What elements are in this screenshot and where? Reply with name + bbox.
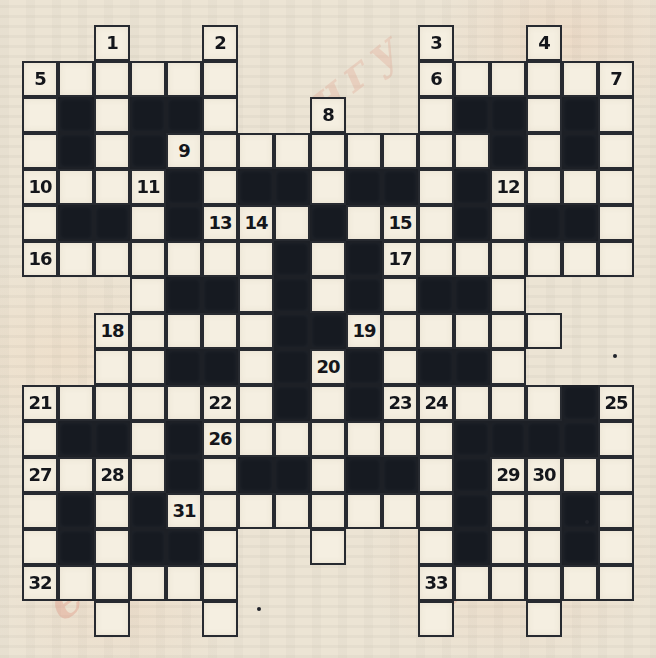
cell-r6c10[interactable]: 17	[382, 241, 418, 277]
cell-r3c10[interactable]	[382, 133, 418, 169]
cell-r8c13[interactable]	[490, 313, 526, 349]
block-r2c13	[490, 97, 526, 133]
clue-number-25: 25	[600, 388, 632, 418]
scanned-crossword-page: { "game": "crossword", "board": { "rows"…	[0, 0, 656, 658]
block-r12c6	[238, 457, 274, 493]
cell-r1c11[interactable]: 6	[418, 61, 454, 97]
void-r1c7	[274, 61, 310, 97]
cell-r15c11[interactable]: 33	[418, 565, 454, 601]
block-r2c1	[58, 97, 94, 133]
cell-r12c13[interactable]: 29	[490, 457, 526, 493]
cell-r9c13[interactable]	[490, 349, 526, 385]
cell-r4c11[interactable]	[418, 169, 454, 205]
cell-r4c3[interactable]: 11	[130, 169, 166, 205]
cell-r7c6[interactable]	[238, 277, 274, 313]
cell-r15c16[interactable]	[598, 565, 634, 601]
void-r8c0	[22, 313, 58, 349]
block-r11c4	[166, 421, 202, 457]
cell-r12c5[interactable]	[202, 457, 238, 493]
cell-r5c10[interactable]: 15	[382, 205, 418, 241]
clue-number-27: 27	[24, 460, 56, 490]
cell-r11c10[interactable]	[382, 421, 418, 457]
cell-r16c11[interactable]	[418, 601, 454, 637]
cell-r2c5[interactable]	[202, 97, 238, 133]
void-r9c16	[598, 349, 634, 385]
void-r8c1	[58, 313, 94, 349]
block-r7c4	[166, 277, 202, 313]
block-r4c12	[454, 169, 490, 205]
void-r14c6	[238, 529, 274, 565]
cell-r1c15[interactable]	[562, 61, 598, 97]
cell-r8c2[interactable]: 18	[94, 313, 130, 349]
cell-r14c5[interactable]	[202, 529, 238, 565]
cell-r13c14[interactable]	[526, 493, 562, 529]
cell-r12c8[interactable]	[310, 457, 346, 493]
clue-number-24: 24	[420, 388, 452, 418]
block-r4c9	[346, 169, 382, 205]
cell-r13c4[interactable]: 31	[166, 493, 202, 529]
cell-r2c14[interactable]	[526, 97, 562, 133]
cell-r4c2[interactable]	[94, 169, 130, 205]
block-r6c9	[346, 241, 382, 277]
cell-r12c11[interactable]	[418, 457, 454, 493]
cell-r10c12[interactable]	[454, 385, 490, 421]
cell-r12c15[interactable]	[562, 457, 598, 493]
clue-number-28: 28	[96, 460, 128, 490]
crossword-board: 1234567891011121314151617181920212223242…	[22, 25, 634, 637]
cell-r6c11[interactable]	[418, 241, 454, 277]
cell-r13c11[interactable]	[418, 493, 454, 529]
cell-r2c11[interactable]	[418, 97, 454, 133]
cell-r11c8[interactable]	[310, 421, 346, 457]
void-r7c1	[58, 277, 94, 313]
void-r2c10	[382, 97, 418, 133]
block-r6c7	[274, 241, 310, 277]
void-r16c0	[22, 601, 58, 637]
block-r13c15	[562, 493, 598, 529]
cell-r0c5[interactable]: 2	[202, 25, 238, 61]
void-r0c8	[310, 25, 346, 61]
void-r7c15	[562, 277, 598, 313]
block-r11c12	[454, 421, 490, 457]
cell-r7c3[interactable]	[130, 277, 166, 313]
cell-r8c5[interactable]	[202, 313, 238, 349]
block-r5c15	[562, 205, 598, 241]
cell-r4c0[interactable]: 10	[22, 169, 58, 205]
cell-r6c1[interactable]	[58, 241, 94, 277]
cell-r0c14[interactable]: 4	[526, 25, 562, 61]
void-r16c12	[454, 601, 490, 637]
cell-r2c0[interactable]	[22, 97, 58, 133]
cell-r12c0[interactable]: 27	[22, 457, 58, 493]
cell-r1c12[interactable]	[454, 61, 490, 97]
cell-r6c12[interactable]	[454, 241, 490, 277]
cell-r14c8[interactable]	[310, 529, 346, 565]
clue-number-17: 17	[384, 244, 416, 274]
void-r0c16	[598, 25, 634, 61]
cell-r10c1[interactable]	[58, 385, 94, 421]
void-r15c9	[346, 565, 382, 601]
clue-number-12: 12	[492, 172, 524, 202]
cell-r15c14[interactable]	[526, 565, 562, 601]
cell-r11c3[interactable]	[130, 421, 166, 457]
block-r7c11	[418, 277, 454, 313]
void-r0c1	[58, 25, 94, 61]
cell-r15c12[interactable]	[454, 565, 490, 601]
cell-r10c16[interactable]: 25	[598, 385, 634, 421]
void-r15c8	[310, 565, 346, 601]
block-r3c15	[562, 133, 598, 169]
cell-r10c13[interactable]	[490, 385, 526, 421]
clue-number-22: 22	[204, 388, 236, 418]
clue-number-26: 26	[204, 424, 236, 454]
cell-r12c14[interactable]: 30	[526, 457, 562, 493]
cell-r11c9[interactable]	[346, 421, 382, 457]
clue-number-23: 23	[384, 388, 416, 418]
void-r16c1	[58, 601, 94, 637]
clue-number-21: 21	[24, 388, 56, 418]
block-r13c3	[130, 493, 166, 529]
block-r14c4	[166, 529, 202, 565]
block-r12c12	[454, 457, 490, 493]
clue-number-1: 1	[96, 28, 128, 58]
block-r5c14	[526, 205, 562, 241]
cell-r8c14[interactable]	[526, 313, 562, 349]
cell-r10c2[interactable]	[94, 385, 130, 421]
block-r12c10	[382, 457, 418, 493]
void-r7c0	[22, 277, 58, 313]
void-r16c15	[562, 601, 598, 637]
void-r2c6	[238, 97, 274, 133]
void-r0c10	[382, 25, 418, 61]
clue-number-3: 3	[420, 28, 452, 58]
cell-r7c13[interactable]	[490, 277, 526, 313]
cell-r8c6[interactable]	[238, 313, 274, 349]
cell-r5c16[interactable]	[598, 205, 634, 241]
void-r16c7	[274, 601, 310, 637]
cell-r5c11[interactable]	[418, 205, 454, 241]
clue-number-32: 32	[24, 568, 56, 598]
cell-r3c9[interactable]	[346, 133, 382, 169]
clue-number-9: 9	[168, 136, 200, 166]
clue-number-2: 2	[204, 28, 236, 58]
void-r7c2	[94, 277, 130, 313]
cell-r3c7[interactable]	[274, 133, 310, 169]
cell-r1c1[interactable]	[58, 61, 94, 97]
block-r9c9	[346, 349, 382, 385]
block-r13c1	[58, 493, 94, 529]
cell-r1c0[interactable]: 5	[22, 61, 58, 97]
cell-r4c13[interactable]: 12	[490, 169, 526, 205]
cell-r9c8[interactable]: 20	[310, 349, 346, 385]
cell-r13c5[interactable]	[202, 493, 238, 529]
cell-r13c0[interactable]	[22, 493, 58, 529]
cell-r12c1[interactable]	[58, 457, 94, 493]
cell-r15c5[interactable]	[202, 565, 238, 601]
void-r9c14	[526, 349, 562, 385]
cell-r6c5[interactable]	[202, 241, 238, 277]
cell-r4c15[interactable]	[562, 169, 598, 205]
block-r8c7	[274, 313, 310, 349]
cell-r1c2[interactable]	[94, 61, 130, 97]
cell-r6c4[interactable]	[166, 241, 202, 277]
cell-r6c6[interactable]	[238, 241, 274, 277]
cell-r2c2[interactable]	[94, 97, 130, 133]
cell-r8c4[interactable]	[166, 313, 202, 349]
cell-r4c8[interactable]	[310, 169, 346, 205]
block-r11c1	[58, 421, 94, 457]
block-r11c14	[526, 421, 562, 457]
cell-r6c0[interactable]: 16	[22, 241, 58, 277]
cell-r3c12[interactable]	[454, 133, 490, 169]
clue-number-16: 16	[24, 244, 56, 274]
void-r16c16	[598, 601, 634, 637]
block-r14c12	[454, 529, 490, 565]
block-r3c1	[58, 133, 94, 169]
cell-r10c4[interactable]	[166, 385, 202, 421]
cell-r4c14[interactable]	[526, 169, 562, 205]
cell-r8c10[interactable]	[382, 313, 418, 349]
cell-r14c16[interactable]	[598, 529, 634, 565]
block-r9c5	[202, 349, 238, 385]
void-r0c6	[238, 25, 274, 61]
cell-r10c11[interactable]: 24	[418, 385, 454, 421]
cell-r11c6[interactable]	[238, 421, 274, 457]
void-r2c9	[346, 97, 382, 133]
void-r15c7	[274, 565, 310, 601]
block-r2c12	[454, 97, 490, 133]
cell-r13c10[interactable]	[382, 493, 418, 529]
cell-r10c14[interactable]	[526, 385, 562, 421]
cell-r5c5[interactable]: 13	[202, 205, 238, 241]
clue-number-31: 31	[168, 496, 200, 526]
void-r7c14	[526, 277, 562, 313]
cell-r10c8[interactable]	[310, 385, 346, 421]
clue-number-19: 19	[348, 316, 380, 346]
cell-r16c2[interactable]	[94, 601, 130, 637]
cell-r15c2[interactable]	[94, 565, 130, 601]
cell-r1c13[interactable]	[490, 61, 526, 97]
cell-r10c0[interactable]: 21	[22, 385, 58, 421]
cell-r4c5[interactable]	[202, 169, 238, 205]
clue-number-7: 7	[600, 64, 632, 94]
block-r9c11	[418, 349, 454, 385]
cell-r10c5[interactable]: 22	[202, 385, 238, 421]
void-r0c3	[130, 25, 166, 61]
cell-r3c8[interactable]	[310, 133, 346, 169]
block-r10c7	[274, 385, 310, 421]
cell-r12c2[interactable]: 28	[94, 457, 130, 493]
cell-r5c7[interactable]	[274, 205, 310, 241]
clue-number-13: 13	[204, 208, 236, 238]
cell-r1c4[interactable]	[166, 61, 202, 97]
cell-r1c3[interactable]	[130, 61, 166, 97]
void-r1c10	[382, 61, 418, 97]
cell-r15c15[interactable]	[562, 565, 598, 601]
cell-r13c13[interactable]	[490, 493, 526, 529]
clue-number-10: 10	[24, 172, 56, 202]
cell-r3c0[interactable]	[22, 133, 58, 169]
cell-r11c7[interactable]	[274, 421, 310, 457]
cell-r14c13[interactable]	[490, 529, 526, 565]
block-r2c3	[130, 97, 166, 133]
cell-r8c3[interactable]	[130, 313, 166, 349]
cell-r14c14[interactable]	[526, 529, 562, 565]
cell-r15c3[interactable]	[130, 565, 166, 601]
cell-r14c11[interactable]	[418, 529, 454, 565]
clue-number-33: 33	[420, 568, 452, 598]
cell-r5c3[interactable]	[130, 205, 166, 241]
cell-r15c13[interactable]	[490, 565, 526, 601]
void-r1c6	[238, 61, 274, 97]
cell-r16c14[interactable]	[526, 601, 562, 637]
cell-r3c6[interactable]	[238, 133, 274, 169]
block-r7c12	[454, 277, 490, 313]
cell-r13c16[interactable]	[598, 493, 634, 529]
cell-r11c16[interactable]	[598, 421, 634, 457]
block-r14c3	[130, 529, 166, 565]
cell-r10c3[interactable]	[130, 385, 166, 421]
cell-r3c4[interactable]: 9	[166, 133, 202, 169]
clue-number-20: 20	[312, 352, 344, 382]
void-r9c0	[22, 349, 58, 385]
cell-r5c9[interactable]	[346, 205, 382, 241]
clue-number-5: 5	[24, 64, 56, 94]
cell-r11c0[interactable]	[22, 421, 58, 457]
block-r10c15	[562, 385, 598, 421]
block-r11c15	[562, 421, 598, 457]
cell-r12c16[interactable]	[598, 457, 634, 493]
cell-r5c6[interactable]: 14	[238, 205, 274, 241]
cell-r0c11[interactable]: 3	[418, 25, 454, 61]
void-r0c7	[274, 25, 310, 61]
cell-r11c11[interactable]	[418, 421, 454, 457]
cell-r6c8[interactable]	[310, 241, 346, 277]
cell-r3c5[interactable]	[202, 133, 238, 169]
cell-r8c11[interactable]	[418, 313, 454, 349]
cell-r9c6[interactable]	[238, 349, 274, 385]
cell-r14c2[interactable]	[94, 529, 130, 565]
void-r9c15	[562, 349, 598, 385]
cell-r6c15[interactable]	[562, 241, 598, 277]
block-r14c15	[562, 529, 598, 565]
void-r16c6	[238, 601, 274, 637]
void-r14c9	[346, 529, 382, 565]
cell-r6c16[interactable]	[598, 241, 634, 277]
void-r15c10	[382, 565, 418, 601]
clue-number-29: 29	[492, 460, 524, 490]
void-r14c10	[382, 529, 418, 565]
cell-r15c4[interactable]	[166, 565, 202, 601]
cell-r13c6[interactable]	[238, 493, 274, 529]
block-r3c13	[490, 133, 526, 169]
block-r2c15	[562, 97, 598, 133]
void-r16c13	[490, 601, 526, 637]
cell-r10c6[interactable]	[238, 385, 274, 421]
block-r5c1	[58, 205, 94, 241]
cell-r5c0[interactable]	[22, 205, 58, 241]
cell-r4c16[interactable]	[598, 169, 634, 205]
cell-r12c3[interactable]	[130, 457, 166, 493]
block-r11c2	[94, 421, 130, 457]
block-r12c4	[166, 457, 202, 493]
cell-r13c8[interactable]	[310, 493, 346, 529]
cell-r3c14[interactable]	[526, 133, 562, 169]
void-r16c8	[310, 601, 346, 637]
cell-r1c16[interactable]: 7	[598, 61, 634, 97]
cell-r8c12[interactable]	[454, 313, 490, 349]
cell-r9c2[interactable]	[94, 349, 130, 385]
cell-r16c5[interactable]	[202, 601, 238, 637]
block-r3c3	[130, 133, 166, 169]
cell-r13c9[interactable]	[346, 493, 382, 529]
void-r0c15	[562, 25, 598, 61]
cell-r14c0[interactable]	[22, 529, 58, 565]
cell-r11c5[interactable]: 26	[202, 421, 238, 457]
cell-r1c14[interactable]	[526, 61, 562, 97]
cell-r9c10[interactable]	[382, 349, 418, 385]
cell-r15c1[interactable]	[58, 565, 94, 601]
block-r9c7	[274, 349, 310, 385]
cell-r13c7[interactable]	[274, 493, 310, 529]
clue-number-15: 15	[384, 208, 416, 238]
void-r2c7	[274, 97, 310, 133]
cell-r1c5[interactable]	[202, 61, 238, 97]
void-r1c8	[310, 61, 346, 97]
cell-r7c10[interactable]	[382, 277, 418, 313]
cell-r15c0[interactable]: 32	[22, 565, 58, 601]
block-r4c6	[238, 169, 274, 205]
void-r16c4	[166, 601, 202, 637]
cell-r3c11[interactable]	[418, 133, 454, 169]
void-r8c15	[562, 313, 598, 349]
void-r7c16	[598, 277, 634, 313]
cell-r9c3[interactable]	[130, 349, 166, 385]
clue-number-6: 6	[420, 64, 452, 94]
cell-r6c2[interactable]	[94, 241, 130, 277]
cell-r7c8[interactable]	[310, 277, 346, 313]
cell-r6c13[interactable]	[490, 241, 526, 277]
cell-r0c2[interactable]: 1	[94, 25, 130, 61]
block-r2c4	[166, 97, 202, 133]
block-r7c7	[274, 277, 310, 313]
void-r14c7	[274, 529, 310, 565]
cell-r4c1[interactable]	[58, 169, 94, 205]
cell-r5c13[interactable]	[490, 205, 526, 241]
void-r15c6	[238, 565, 274, 601]
cell-r6c3[interactable]	[130, 241, 166, 277]
cell-r10c10[interactable]: 23	[382, 385, 418, 421]
clue-number-14: 14	[240, 208, 272, 238]
cell-r13c2[interactable]	[94, 493, 130, 529]
block-r14c1	[58, 529, 94, 565]
cell-r3c2[interactable]	[94, 133, 130, 169]
block-r4c10	[382, 169, 418, 205]
cell-r8c9[interactable]: 19	[346, 313, 382, 349]
block-r8c8	[310, 313, 346, 349]
cell-r2c8[interactable]: 8	[310, 97, 346, 133]
void-r1c9	[346, 61, 382, 97]
void-r0c4	[166, 25, 202, 61]
cell-r3c16[interactable]	[598, 133, 634, 169]
block-r4c7	[274, 169, 310, 205]
block-r9c4	[166, 349, 202, 385]
block-r5c4	[166, 205, 202, 241]
cell-r2c16[interactable]	[598, 97, 634, 133]
void-r9c1	[58, 349, 94, 385]
cell-r6c14[interactable]	[526, 241, 562, 277]
block-r12c9	[346, 457, 382, 493]
